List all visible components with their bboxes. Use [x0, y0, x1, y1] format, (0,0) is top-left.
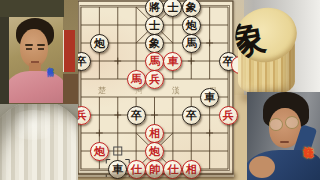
- xiangqi-board[interactable]: 楚河漢界 將士象士炮炮象馬卒卒馬車馬兵車兵卒卒兵相炮炮車仕帥仕相: [77, 0, 234, 177]
- webcam-right: 许佳聪: [247, 92, 320, 180]
- webcam-left: 象棋直播: [9, 17, 63, 103]
- piece-black-general-e0[interactable]: 將: [145, 0, 164, 17]
- piece-red-horse-d4[interactable]: 馬: [127, 70, 146, 89]
- piece-black-cannon-b2[interactable]: 炮: [90, 34, 109, 53]
- streamer-eyebrow: [25, 44, 33, 46]
- piece-red-cannon-b8[interactable]: 炮: [90, 142, 109, 161]
- webcam-left-watermark: 象棋直播: [45, 61, 55, 65]
- piece-red-cannon-e8[interactable]: 炮: [145, 142, 164, 161]
- piece-red-elephant-e7[interactable]: 相: [145, 124, 164, 143]
- piece-red-chariot-f3[interactable]: 車: [163, 52, 182, 71]
- streamer-shirt: [9, 71, 63, 103]
- piece-black-soldier-g6[interactable]: 卒: [182, 106, 201, 125]
- webcam-right-watermark: 许佳聪: [301, 138, 315, 141]
- river-text-char: 漢: [172, 86, 180, 95]
- piece-red-horse-e3[interactable]: 馬: [145, 52, 164, 71]
- glasses-icon: [285, 116, 299, 129]
- streamer-eye: [26, 48, 32, 50]
- webcam-left-top-bar: [0, 0, 64, 17]
- kid-mouth: [280, 141, 289, 143]
- streamer-eyebrow: [37, 44, 45, 46]
- streamer-eye: [38, 48, 44, 50]
- kid-hand: [249, 156, 275, 178]
- piece-black-horse-g2[interactable]: 馬: [182, 34, 201, 53]
- glasses-icon: [269, 118, 283, 131]
- piece-black-elephant-g0[interactable]: 象: [182, 0, 201, 17]
- board-shadow: [74, 173, 236, 180]
- bookshelf-red-book: [62, 30, 75, 72]
- piece-black-elephant-e2[interactable]: 象: [145, 34, 164, 53]
- piece-black-chariot-h5[interactable]: 車: [200, 88, 219, 107]
- piece-red-soldier-i6[interactable]: 兵: [219, 106, 238, 125]
- webcam-left-side-bar: [0, 17, 9, 104]
- piece-black-soldier-d6[interactable]: 卒: [127, 106, 146, 125]
- piece-bowl-wood: 象: [232, 4, 298, 104]
- bowl-highlight: [6, 110, 60, 140]
- stream-frame: 楚河漢界 將士象士炮炮象馬卒卒馬車馬兵車兵卒卒兵相炮炮車仕帥仕相 象: [0, 0, 320, 180]
- piece-red-soldier-e4[interactable]: 兵: [145, 70, 164, 89]
- webcam-left-zone: 象棋直播: [0, 0, 78, 104]
- piece-black-advisor-e1[interactable]: 士: [145, 16, 164, 35]
- piece-black-cannon-g1[interactable]: 炮: [182, 16, 201, 35]
- river-text-char: 楚: [98, 86, 106, 95]
